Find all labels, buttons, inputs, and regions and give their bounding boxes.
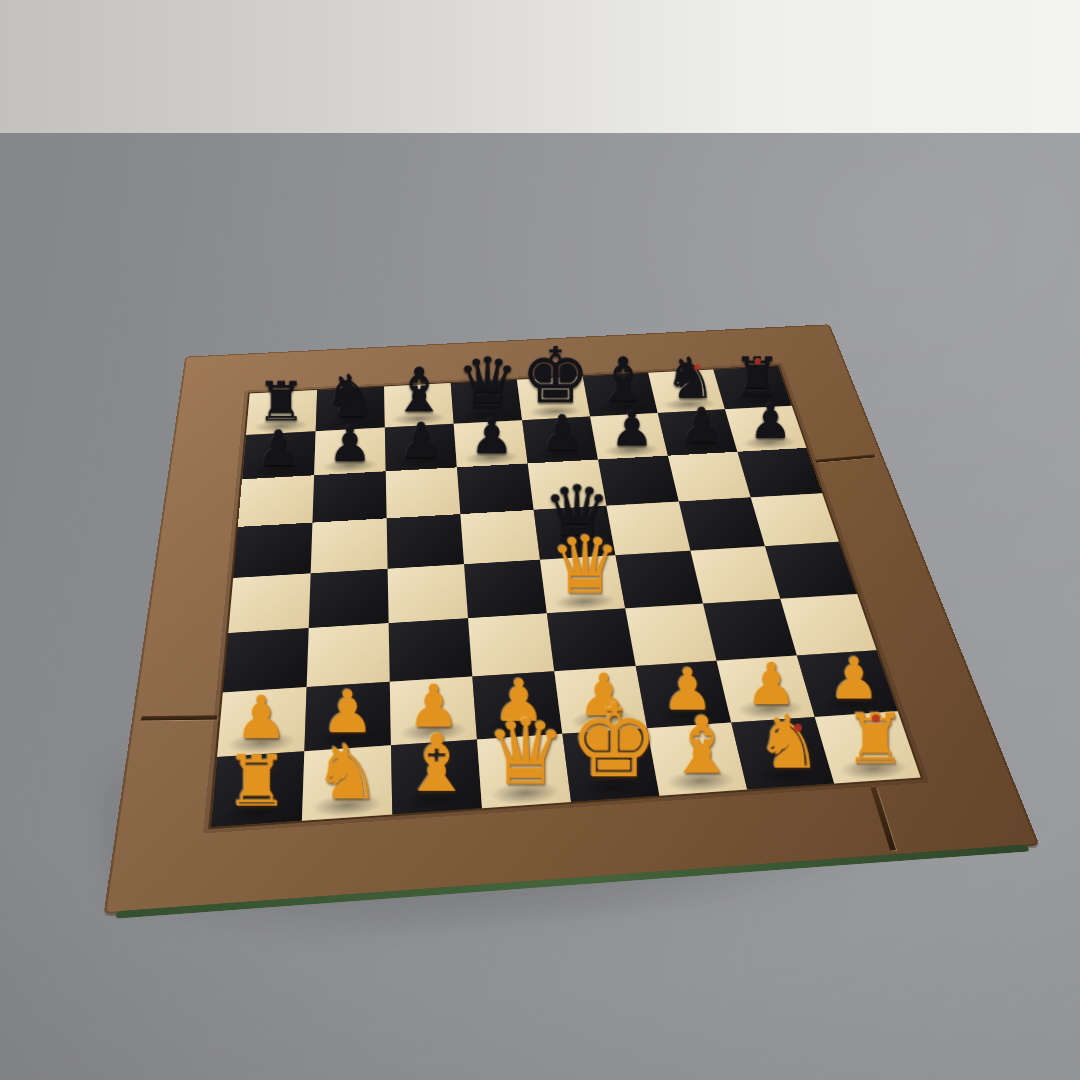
white-rook-a1: ♜ — [225, 746, 289, 817]
square-d4 — [464, 560, 547, 619]
white-bishop-f1: ♝ — [666, 707, 737, 786]
square-c6 — [386, 468, 461, 519]
square-c1: ♝ — [391, 740, 482, 815]
square-e4: ♛ — [540, 555, 625, 613]
chessboard-grid: ♜♞♝♛♚♝♞♜♟♟♟♟♟♟♟♟♛♛♟♟♟♟♟♟♟♟♜♞♝♛♚♝♞♜ — [211, 366, 921, 827]
square-e7: ♟ — [522, 417, 598, 464]
black-pawn-a7: ♟ — [257, 424, 301, 473]
red-crown-stamp — [793, 724, 801, 732]
frame-groove-left — [141, 716, 218, 721]
white-pawn-a2: ♟ — [235, 688, 288, 747]
square-g1: ♞ — [731, 717, 834, 790]
black-king-e8: ♚ — [521, 337, 590, 414]
square-b1: ♞ — [302, 746, 392, 821]
frame-groove-right — [815, 455, 876, 463]
square-b4 — [309, 569, 389, 628]
white-knight-g1: ♞ — [756, 705, 822, 779]
white-rook-h1: ♜ — [844, 704, 906, 773]
square-a4 — [228, 574, 310, 634]
white-queen-d1: ♛ — [486, 708, 567, 798]
black-queen-d8: ♛ — [456, 349, 518, 418]
black-pawn-g7: ♟ — [680, 401, 723, 449]
square-b5 — [311, 518, 388, 573]
red-crown-stamp — [754, 358, 760, 364]
square-f7: ♟ — [590, 413, 668, 460]
square-a7: ♟ — [242, 431, 316, 479]
frame-groove-bottom — [870, 787, 896, 850]
red-crown-stamp — [694, 364, 700, 370]
square-c7: ♟ — [385, 424, 457, 472]
black-pawn-b7: ♟ — [328, 420, 372, 469]
square-h6 — [737, 448, 822, 497]
square-h4 — [765, 542, 857, 599]
square-f4 — [615, 551, 703, 609]
square-c4 — [388, 564, 468, 623]
square-g7: ♟ — [658, 409, 738, 455]
square-c5 — [387, 514, 464, 569]
square-b6 — [312, 472, 386, 523]
red-crown-stamp — [872, 715, 880, 723]
black-pawn-d7: ♟ — [470, 413, 513, 461]
black-pawn-h7: ♟ — [749, 398, 792, 446]
black-pawn-c7: ♟ — [399, 416, 442, 464]
square-g5 — [679, 498, 765, 551]
black-pawn-f7: ♟ — [610, 405, 653, 453]
square-b7: ♟ — [314, 428, 386, 476]
white-bishop-c1: ♝ — [401, 724, 473, 804]
white-queen-e4: ♛ — [550, 526, 621, 605]
square-h5 — [751, 493, 839, 546]
square-f1: ♝ — [647, 723, 747, 796]
backdrop-wall — [0, 0, 1080, 133]
square-d1: ♛ — [477, 734, 571, 808]
white-king-e1: ♚ — [569, 691, 659, 791]
white-knight-b1: ♞ — [313, 735, 381, 810]
square-d7: ♟ — [454, 420, 528, 467]
square-g6 — [668, 452, 751, 502]
black-pawn-e7: ♟ — [541, 409, 584, 457]
square-a5 — [233, 523, 312, 578]
square-h7: ♟ — [725, 406, 806, 452]
square-e1: ♚ — [562, 728, 659, 802]
square-d5 — [460, 510, 540, 564]
square-h1: ♜ — [815, 711, 921, 783]
square-a1: ♜ — [211, 751, 305, 827]
square-a6 — [238, 476, 314, 528]
square-d6 — [457, 464, 534, 515]
